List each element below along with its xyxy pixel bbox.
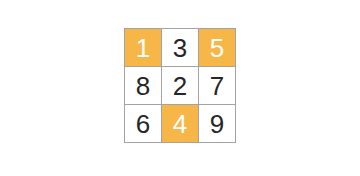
- number-grid: 135827649: [124, 28, 236, 143]
- grid-cell-r1c2[interactable]: 3: [162, 29, 198, 66]
- grid-cell-r2c2[interactable]: 2: [162, 67, 198, 104]
- grid-cell-r1c3[interactable]: 5: [199, 29, 235, 66]
- grid-cell-r2c1[interactable]: 8: [125, 67, 161, 104]
- grid-cell-r3c3[interactable]: 9: [199, 105, 235, 142]
- grid-cell-r3c1[interactable]: 6: [125, 105, 161, 142]
- grid-cell-r1c1[interactable]: 1: [125, 29, 161, 66]
- grid-cell-r2c3[interactable]: 7: [199, 67, 235, 104]
- page-background: 135827649: [0, 0, 360, 176]
- grid-cell-r3c2[interactable]: 4: [162, 105, 198, 142]
